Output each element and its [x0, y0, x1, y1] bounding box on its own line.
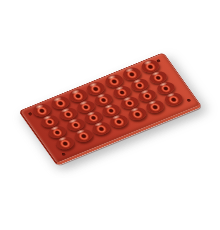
product-photo	[0, 0, 220, 230]
corner-hole	[187, 99, 191, 102]
corner-hole	[156, 59, 160, 62]
corner-hole	[61, 153, 65, 156]
corner-hole	[28, 112, 32, 115]
cavity-grid	[30, 58, 187, 153]
silicone-baking-mold	[18, 52, 203, 166]
